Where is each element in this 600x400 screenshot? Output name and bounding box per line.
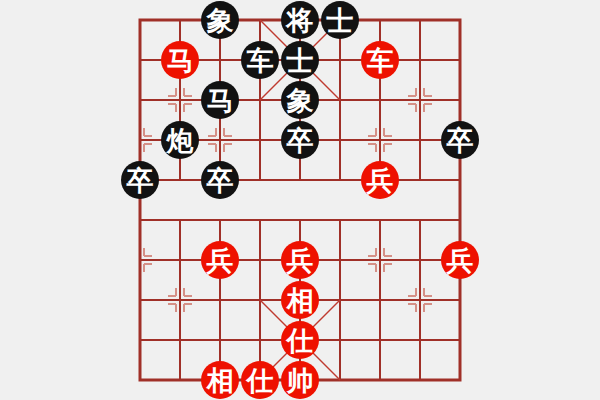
pieces-layer: 象将士马车士车马象炮卒卒卒卒兵兵兵兵相仕相仕帅 <box>120 0 480 400</box>
piece-black-elephant[interactable]: 象 <box>201 1 239 39</box>
piece-black-soldier[interactable]: 卒 <box>441 121 479 159</box>
piece-black-advisor[interactable]: 士 <box>281 41 319 79</box>
piece-black-soldier[interactable]: 卒 <box>281 121 319 159</box>
xiangqi-app: 象将士马车士车马象炮卒卒卒卒兵兵兵兵相仕相仕帅 <box>0 0 600 400</box>
piece-red-soldier[interactable]: 兵 <box>441 241 479 279</box>
piece-red-soldier[interactable]: 兵 <box>201 241 239 279</box>
piece-red-advisor[interactable]: 仕 <box>281 321 319 359</box>
piece-black-chariot[interactable]: 车 <box>241 41 279 79</box>
piece-red-chariot[interactable]: 车 <box>361 41 399 79</box>
piece-black-cannon[interactable]: 炮 <box>161 121 199 159</box>
piece-black-elephant[interactable]: 象 <box>281 81 319 119</box>
piece-red-elephant[interactable]: 相 <box>201 361 239 399</box>
piece-red-advisor[interactable]: 仕 <box>241 361 279 399</box>
piece-red-elephant[interactable]: 相 <box>281 281 319 319</box>
piece-black-soldier[interactable]: 卒 <box>121 161 159 199</box>
piece-red-general[interactable]: 帅 <box>281 361 319 399</box>
piece-red-horse[interactable]: 马 <box>161 41 199 79</box>
piece-black-advisor[interactable]: 士 <box>321 1 359 39</box>
xiangqi-board[interactable]: 象将士马车士车马象炮卒卒卒卒兵兵兵兵相仕相仕帅 <box>120 0 480 400</box>
piece-black-soldier[interactable]: 卒 <box>201 161 239 199</box>
piece-red-soldier[interactable]: 兵 <box>361 161 399 199</box>
piece-black-general[interactable]: 将 <box>281 1 319 39</box>
piece-red-soldier[interactable]: 兵 <box>281 241 319 279</box>
piece-black-horse[interactable]: 马 <box>201 81 239 119</box>
